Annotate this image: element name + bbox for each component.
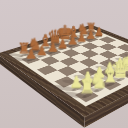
chess-scene: ♜♞♝♛♚♝♞♜♟♟♟♟♟♟♟♟♟♟♟♟♟♟♟♟♜♞♝♛♚♝♞♜ <box>0 0 128 128</box>
chess-board-grid: ♜♞♝♛♚♝♞♜♟♟♟♟♟♟♟♟♟♟♟♟♟♟♟♟♜♞♝♛♚♝♞♜ <box>14 30 128 102</box>
board-margin: ♜♞♝♛♚♝♞♜♟♟♟♟♟♟♟♟♟♟♟♟♟♟♟♟♜♞♝♛♚♝♞♜ <box>9 28 128 106</box>
square-a1[interactable]: ♜ <box>75 89 99 102</box>
piece-black-pawn[interactable]: ♟ <box>67 35 78 47</box>
chess-board-frame: ♜♞♝♛♚♝♞♜♟♟♟♟♟♟♟♟♟♟♟♟♟♟♟♟♜♞♝♛♚♝♞♜ <box>0 25 128 117</box>
chess-render-viewport: ♜♞♝♛♚♝♞♜♟♟♟♟♟♟♟♟♟♟♟♟♟♟♟♟♜♞♝♛♚♝♞♜ <box>0 0 128 128</box>
piece-black-pawn[interactable]: ♟ <box>58 38 69 50</box>
piece-black-pawn[interactable]: ♟ <box>37 44 49 57</box>
piece-black-pawn[interactable]: ♟ <box>47 41 58 54</box>
piece-black-pawn[interactable]: ♟ <box>86 29 96 40</box>
piece-black-pawn[interactable]: ♟ <box>25 48 37 61</box>
piece-black-pawn[interactable]: ♟ <box>77 32 87 44</box>
piece-white-rook[interactable]: ♜ <box>79 78 96 97</box>
